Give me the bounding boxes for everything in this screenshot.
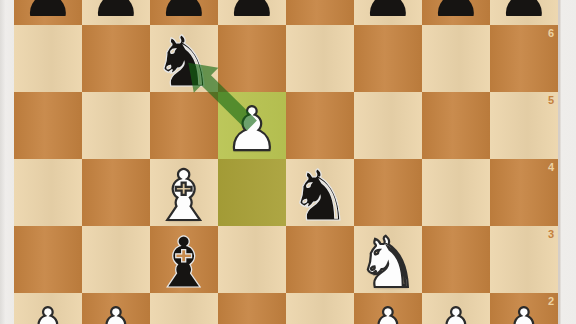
square-b3[interactable] [82,226,150,293]
square-e2[interactable] [286,293,354,324]
chess-board: ♟♟♟♟♟♟♟♞6♟5♝♞4♝♞3♟♟♟♟2♟ [14,0,558,324]
square-a2[interactable]: ♟ [14,293,82,324]
square-h3[interactable]: 3 [490,226,558,293]
square-g5[interactable] [422,92,490,159]
piece-white-knight-f3[interactable]: ♞ [354,229,422,296]
piece-black-pawn-f7[interactable]: ♟ [354,0,422,28]
square-f2[interactable]: ♟ [354,293,422,324]
square-a3[interactable] [14,226,82,293]
square-d5[interactable]: ♟ [218,92,286,159]
page-background-right-strip [558,0,576,324]
piece-white-pawn-b2[interactable]: ♟ [82,296,150,324]
square-b5[interactable] [82,92,150,159]
square-f7[interactable]: ♟ [354,0,422,25]
square-b7[interactable]: ♟ [82,0,150,25]
piece-black-knight-e4[interactable]: ♞ [286,162,354,229]
square-d6[interactable] [218,25,286,92]
square-b4[interactable] [82,159,150,226]
page-background-left-strip [0,0,14,324]
piece-white-pawn-f2[interactable]: ♟ [354,296,422,324]
square-d7[interactable]: ♟ [218,0,286,25]
square-a4[interactable] [14,159,82,226]
rank-label-4: 4 [548,162,554,173]
rank-label-5: 5 [548,95,554,106]
square-b6[interactable] [82,25,150,92]
piece-white-pawn-a2[interactable]: ♟ [14,296,82,324]
square-a7[interactable]: ♟ [14,0,82,25]
piece-black-pawn-d7[interactable]: ♟ [218,0,286,28]
square-c6[interactable]: ♞ [150,25,218,92]
square-e5[interactable] [286,92,354,159]
square-d2[interactable] [218,293,286,324]
rank-label-3: 3 [548,229,554,240]
square-h5[interactable]: 5 [490,92,558,159]
square-f6[interactable] [354,25,422,92]
piece-white-bishop-c4[interactable]: ♝ [150,162,218,229]
piece-black-pawn-a7[interactable]: ♟ [14,0,82,28]
square-d4[interactable] [218,159,286,226]
square-e4[interactable]: ♞ [286,159,354,226]
square-b2[interactable]: ♟ [82,293,150,324]
rank-label-6: 6 [548,28,554,39]
square-c2[interactable] [150,293,218,324]
square-h6[interactable]: 6 [490,25,558,92]
square-g2[interactable]: ♟ [422,293,490,324]
piece-black-pawn-g7[interactable]: ♟ [422,0,490,28]
square-f4[interactable] [354,159,422,226]
square-c4[interactable]: ♝ [150,159,218,226]
square-g7[interactable]: ♟ [422,0,490,25]
square-h4[interactable]: 4 [490,159,558,226]
piece-white-pawn-d5[interactable]: ♟ [218,95,286,162]
square-g6[interactable] [422,25,490,92]
square-d3[interactable] [218,226,286,293]
square-g4[interactable] [422,159,490,226]
piece-white-pawn-h2[interactable]: ♟ [490,296,558,324]
piece-black-bishop-c3[interactable]: ♝ [150,229,218,296]
square-c3[interactable]: ♝ [150,226,218,293]
piece-black-pawn-h7[interactable]: ♟ [490,0,558,28]
chess-board-screenshot: ♟♟♟♟♟♟♟♞6♟5♝♞4♝♞3♟♟♟♟2♟ [0,0,576,324]
square-e3[interactable] [286,226,354,293]
square-c5[interactable] [150,92,218,159]
square-e6[interactable] [286,25,354,92]
square-h2[interactable]: 2♟ [490,293,558,324]
square-a5[interactable] [14,92,82,159]
square-a6[interactable] [14,25,82,92]
square-e7[interactable] [286,0,354,25]
piece-white-pawn-g2[interactable]: ♟ [422,296,490,324]
piece-black-knight-c6[interactable]: ♞ [150,28,218,95]
square-h7[interactable]: ♟ [490,0,558,25]
square-f5[interactable] [354,92,422,159]
piece-black-pawn-b7[interactable]: ♟ [82,0,150,28]
square-g3[interactable] [422,226,490,293]
square-f3[interactable]: ♞ [354,226,422,293]
